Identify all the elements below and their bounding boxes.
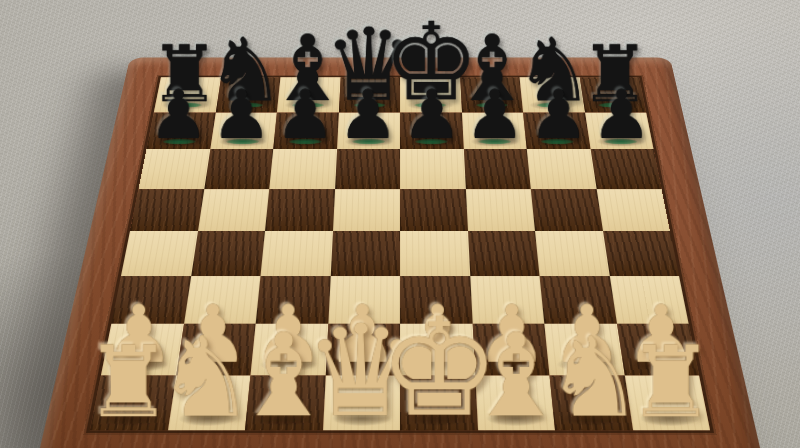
square-g5 [531, 189, 603, 231]
black-pawn-a7: ♟ [148, 81, 209, 149]
square-b6 [204, 149, 273, 188]
square-d5 [333, 189, 401, 231]
square-c5 [265, 189, 335, 231]
square-h5 [596, 189, 670, 231]
black-pawn-h7: ♟ [591, 81, 652, 149]
square-g7: ♟ [523, 112, 590, 149]
square-f4 [468, 231, 540, 276]
chess-board: ♜♞♝♛♚♝♞♜♟♟♟♟♟♟♟♟♟♟♟♟♟♟♟♟♜♞♝♛♚♝♞♜ [90, 77, 710, 430]
square-a5 [130, 189, 204, 231]
square-c7: ♟ [273, 112, 338, 149]
square-c6 [269, 149, 336, 188]
square-d7: ♟ [337, 112, 400, 149]
square-b4 [191, 231, 265, 276]
square-a4 [121, 231, 198, 276]
black-pawn-g7: ♟ [528, 81, 589, 149]
black-pawn-d7: ♟ [338, 81, 399, 149]
square-h4 [603, 231, 680, 276]
carpet-background: ♜♞♝♛♚♝♞♜♟♟♟♟♟♟♟♟♟♟♟♟♟♟♟♟♜♞♝♛♚♝♞♜ [0, 0, 800, 448]
board-scene: ♜♞♝♛♚♝♞♜♟♟♟♟♟♟♟♟♟♟♟♟♟♟♟♟♜♞♝♛♚♝♞♜ [0, 0, 800, 448]
square-c4 [260, 231, 332, 276]
square-d4 [330, 231, 400, 276]
white-king-e1: ♚ [378, 299, 500, 435]
square-b5 [198, 189, 270, 231]
square-a6 [138, 149, 209, 188]
square-e5 [400, 189, 468, 231]
square-b7: ♟ [210, 112, 277, 149]
square-d6 [335, 149, 400, 188]
square-f5 [465, 189, 535, 231]
square-h6 [590, 149, 661, 188]
black-pawn-e7: ♟ [401, 81, 462, 149]
square-g4 [535, 231, 609, 276]
square-e7: ♟ [400, 112, 463, 149]
square-f6 [463, 149, 530, 188]
board-frame: ♜♞♝♛♚♝♞♜♟♟♟♟♟♟♟♟♟♟♟♟♟♟♟♟♜♞♝♛♚♝♞♜ [36, 57, 764, 448]
square-e4 [400, 231, 470, 276]
square-h7: ♟ [585, 112, 654, 149]
black-pawn-c7: ♟ [275, 81, 336, 149]
black-pawn-f7: ♟ [465, 81, 526, 149]
square-f7: ♟ [462, 112, 527, 149]
black-pawn-b7: ♟ [211, 81, 272, 149]
square-a7: ♟ [146, 112, 215, 149]
square-e6 [400, 149, 465, 188]
square-g6 [527, 149, 596, 188]
square-e1: ♚ [400, 375, 478, 430]
